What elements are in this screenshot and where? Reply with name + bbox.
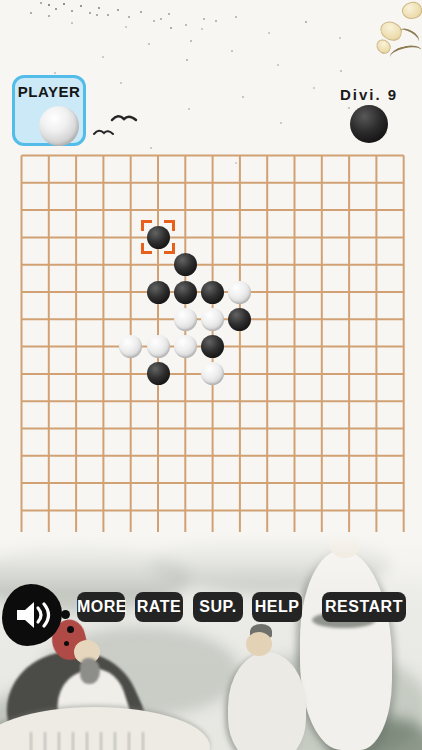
board-stone-white bbox=[228, 281, 251, 304]
opponent-black-stone bbox=[350, 105, 388, 143]
old-man-left-beard bbox=[80, 658, 100, 684]
sound-toggle-button[interactable] bbox=[2, 584, 62, 646]
app-screen: PLAYER Divi. 9 bbox=[0, 0, 422, 750]
board-stone-black bbox=[147, 362, 170, 385]
bottom-toolbar: MORE RATE SUP. HELP RESTART bbox=[0, 584, 422, 650]
flower-stem bbox=[389, 43, 422, 65]
magnolia-flower-decoration bbox=[368, 0, 422, 62]
player-label: PLAYER bbox=[15, 83, 83, 100]
board-stone-black bbox=[147, 281, 170, 304]
opponent-label: Divi. 9 bbox=[328, 86, 410, 103]
board-stone-white bbox=[201, 308, 224, 331]
flower-stem bbox=[396, 25, 421, 46]
board-stone-black bbox=[174, 253, 197, 276]
restart-button[interactable]: RESTART bbox=[322, 592, 406, 622]
speaker-icon bbox=[14, 599, 52, 631]
painting-table-writing bbox=[30, 732, 150, 750]
board-stone-white bbox=[147, 335, 170, 358]
support-button[interactable]: SUP. bbox=[193, 592, 243, 622]
board-stone-black bbox=[201, 281, 224, 304]
rate-button[interactable]: RATE bbox=[135, 592, 183, 622]
paper-speckles bbox=[30, 12, 32, 14]
board[interactable] bbox=[20, 154, 406, 542]
more-button[interactable]: MORE bbox=[77, 592, 125, 622]
board-stone-white bbox=[174, 335, 197, 358]
board-stone-white bbox=[174, 308, 197, 331]
player-white-stone bbox=[39, 106, 79, 146]
player-turn-panel: PLAYER bbox=[12, 75, 86, 146]
flower-petal bbox=[400, 0, 422, 21]
birds-decoration bbox=[92, 112, 148, 144]
ink-speckle-cluster bbox=[40, 2, 42, 4]
last-move-marker bbox=[141, 220, 175, 254]
painting-fade bbox=[0, 532, 422, 592]
board-stone-black bbox=[174, 281, 197, 304]
help-button[interactable]: HELP bbox=[252, 592, 302, 622]
